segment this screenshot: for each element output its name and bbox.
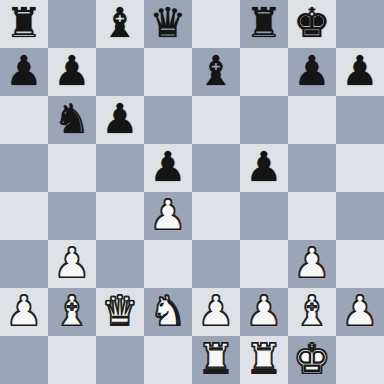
square-g1[interactable]: ♚ xyxy=(288,336,336,384)
square-e2[interactable]: ♟ xyxy=(192,288,240,336)
square-a6[interactable] xyxy=(0,96,48,144)
white-rook[interactable]: ♜ xyxy=(246,335,283,383)
square-e1[interactable]: ♜ xyxy=(192,336,240,384)
square-a3[interactable] xyxy=(0,240,48,288)
black-king[interactable]: ♚ xyxy=(294,0,331,47)
black-bishop[interactable]: ♝ xyxy=(198,47,235,95)
black-knight[interactable]: ♞ xyxy=(54,95,91,143)
square-b3[interactable]: ♟ xyxy=(48,240,96,288)
square-h7[interactable]: ♟ xyxy=(336,48,384,96)
square-d7[interactable] xyxy=(144,48,192,96)
square-b6[interactable]: ♞ xyxy=(48,96,96,144)
square-e7[interactable]: ♝ xyxy=(192,48,240,96)
square-g5[interactable] xyxy=(288,144,336,192)
square-d6[interactable] xyxy=(144,96,192,144)
square-g4[interactable] xyxy=(288,192,336,240)
square-f1[interactable]: ♜ xyxy=(240,336,288,384)
square-c6[interactable]: ♟ xyxy=(96,96,144,144)
white-knight[interactable]: ♞ xyxy=(150,287,187,335)
square-d3[interactable] xyxy=(144,240,192,288)
square-f3[interactable] xyxy=(240,240,288,288)
square-e5[interactable] xyxy=(192,144,240,192)
square-f6[interactable] xyxy=(240,96,288,144)
white-queen[interactable]: ♛ xyxy=(102,287,139,335)
square-b4[interactable] xyxy=(48,192,96,240)
square-c3[interactable] xyxy=(96,240,144,288)
square-e6[interactable] xyxy=(192,96,240,144)
square-f2[interactable]: ♟ xyxy=(240,288,288,336)
square-a4[interactable] xyxy=(0,192,48,240)
square-h8[interactable] xyxy=(336,0,384,48)
square-b7[interactable]: ♟ xyxy=(48,48,96,96)
square-e4[interactable] xyxy=(192,192,240,240)
square-d5[interactable]: ♟ xyxy=(144,144,192,192)
square-c7[interactable] xyxy=(96,48,144,96)
square-b5[interactable] xyxy=(48,144,96,192)
square-h6[interactable] xyxy=(336,96,384,144)
white-pawn[interactable]: ♟ xyxy=(198,287,235,335)
square-d1[interactable] xyxy=(144,336,192,384)
square-g2[interactable]: ♝ xyxy=(288,288,336,336)
square-a8[interactable]: ♜ xyxy=(0,0,48,48)
square-h2[interactable]: ♟ xyxy=(336,288,384,336)
white-bishop[interactable]: ♝ xyxy=(294,287,331,335)
square-f5[interactable]: ♟ xyxy=(240,144,288,192)
chess-board: ♜♝♛♜♚♟♟♝♟♟♞♟♟♟♟♟♟♟♝♛♞♟♟♝♟♜♜♚ xyxy=(0,0,384,384)
black-rook[interactable]: ♜ xyxy=(246,0,283,47)
square-b8[interactable] xyxy=(48,0,96,48)
square-d2[interactable]: ♞ xyxy=(144,288,192,336)
square-f8[interactable]: ♜ xyxy=(240,0,288,48)
white-pawn[interactable]: ♟ xyxy=(294,239,331,287)
white-pawn[interactable]: ♟ xyxy=(54,239,91,287)
square-b2[interactable]: ♝ xyxy=(48,288,96,336)
black-pawn[interactable]: ♟ xyxy=(150,143,187,191)
square-c4[interactable] xyxy=(96,192,144,240)
black-pawn[interactable]: ♟ xyxy=(102,95,139,143)
black-queen[interactable]: ♛ xyxy=(150,0,187,47)
black-rook[interactable]: ♜ xyxy=(6,0,43,47)
square-c8[interactable]: ♝ xyxy=(96,0,144,48)
square-h4[interactable] xyxy=(336,192,384,240)
square-g6[interactable] xyxy=(288,96,336,144)
square-f7[interactable] xyxy=(240,48,288,96)
square-h5[interactable] xyxy=(336,144,384,192)
square-a2[interactable]: ♟ xyxy=(0,288,48,336)
black-pawn[interactable]: ♟ xyxy=(246,143,283,191)
square-a5[interactable] xyxy=(0,144,48,192)
square-f4[interactable] xyxy=(240,192,288,240)
black-pawn[interactable]: ♟ xyxy=(6,47,43,95)
white-pawn[interactable]: ♟ xyxy=(342,287,379,335)
white-pawn[interactable]: ♟ xyxy=(246,287,283,335)
square-d4[interactable]: ♟ xyxy=(144,192,192,240)
square-b1[interactable] xyxy=(48,336,96,384)
square-e3[interactable] xyxy=(192,240,240,288)
square-e8[interactable] xyxy=(192,0,240,48)
white-bishop[interactable]: ♝ xyxy=(54,287,91,335)
square-c2[interactable]: ♛ xyxy=(96,288,144,336)
black-pawn[interactable]: ♟ xyxy=(54,47,91,95)
black-pawn[interactable]: ♟ xyxy=(342,47,379,95)
square-a7[interactable]: ♟ xyxy=(0,48,48,96)
white-king[interactable]: ♚ xyxy=(294,335,331,383)
black-bishop[interactable]: ♝ xyxy=(102,0,139,47)
square-c5[interactable] xyxy=(96,144,144,192)
square-g7[interactable]: ♟ xyxy=(288,48,336,96)
square-h1[interactable] xyxy=(336,336,384,384)
white-pawn[interactable]: ♟ xyxy=(150,191,187,239)
black-pawn[interactable]: ♟ xyxy=(294,47,331,95)
square-h3[interactable] xyxy=(336,240,384,288)
square-g3[interactable]: ♟ xyxy=(288,240,336,288)
white-pawn[interactable]: ♟ xyxy=(6,287,43,335)
square-c1[interactable] xyxy=(96,336,144,384)
square-d8[interactable]: ♛ xyxy=(144,0,192,48)
white-rook[interactable]: ♜ xyxy=(198,335,235,383)
square-g8[interactable]: ♚ xyxy=(288,0,336,48)
square-a1[interactable] xyxy=(0,336,48,384)
